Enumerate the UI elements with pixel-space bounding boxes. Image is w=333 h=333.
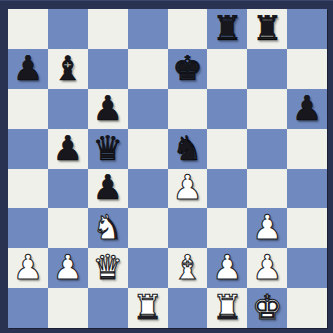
square-g3[interactable]: ♟ bbox=[247, 208, 287, 248]
square-d7[interactable] bbox=[128, 49, 168, 89]
square-e6[interactable] bbox=[168, 89, 208, 129]
square-d2[interactable] bbox=[128, 248, 168, 288]
piece-black-rook-f8[interactable]: ♜ bbox=[212, 11, 242, 45]
piece-white-knight-c3[interactable]: ♞ bbox=[92, 210, 122, 244]
piece-black-bishop-b7[interactable]: ♝ bbox=[53, 51, 83, 85]
piece-white-rook-f1[interactable]: ♜ bbox=[212, 290, 242, 324]
square-g2[interactable]: ♟ bbox=[247, 248, 287, 288]
piece-black-rook-g8[interactable]: ♜ bbox=[252, 11, 282, 45]
square-b3[interactable] bbox=[48, 208, 88, 248]
square-b2[interactable]: ♟ bbox=[48, 248, 88, 288]
piece-white-pawn-a2[interactable]: ♟ bbox=[13, 250, 43, 284]
square-h6[interactable]: ♟ bbox=[287, 89, 327, 129]
square-d8[interactable] bbox=[128, 9, 168, 49]
square-b1[interactable] bbox=[48, 288, 88, 328]
chessboard: ♜♜♟♝♚♟♟♟♛♞♟♟♞♟♟♟♛♝♟♟♜♜♚ bbox=[8, 9, 327, 328]
board-frame: ♜♜♟♝♚♟♟♟♛♞♟♟♞♟♟♟♛♝♟♟♜♜♚ bbox=[0, 0, 333, 333]
piece-white-pawn-e4[interactable]: ♟ bbox=[172, 170, 202, 204]
piece-white-rook-d1[interactable]: ♜ bbox=[132, 290, 162, 324]
square-c7[interactable] bbox=[88, 49, 128, 89]
square-a1[interactable] bbox=[8, 288, 48, 328]
square-a5[interactable] bbox=[8, 129, 48, 169]
piece-white-bishop-e2[interactable]: ♝ bbox=[172, 250, 202, 284]
square-b8[interactable] bbox=[48, 9, 88, 49]
square-c6[interactable]: ♟ bbox=[88, 89, 128, 129]
square-e1[interactable] bbox=[168, 288, 208, 328]
piece-white-pawn-f2[interactable]: ♟ bbox=[212, 250, 242, 284]
square-a4[interactable] bbox=[8, 169, 48, 209]
piece-white-pawn-b2[interactable]: ♟ bbox=[53, 250, 83, 284]
square-b5[interactable]: ♟ bbox=[48, 129, 88, 169]
square-g6[interactable] bbox=[247, 89, 287, 129]
square-f2[interactable]: ♟ bbox=[207, 248, 247, 288]
piece-white-pawn-g3[interactable]: ♟ bbox=[252, 210, 282, 244]
square-e8[interactable] bbox=[168, 9, 208, 49]
piece-white-king-g1[interactable]: ♚ bbox=[252, 290, 282, 324]
square-d1[interactable]: ♜ bbox=[128, 288, 168, 328]
square-d5[interactable] bbox=[128, 129, 168, 169]
square-f6[interactable] bbox=[207, 89, 247, 129]
square-h2[interactable] bbox=[287, 248, 327, 288]
square-a2[interactable]: ♟ bbox=[8, 248, 48, 288]
square-h5[interactable] bbox=[287, 129, 327, 169]
square-e2[interactable]: ♝ bbox=[168, 248, 208, 288]
square-h7[interactable] bbox=[287, 49, 327, 89]
square-c1[interactable] bbox=[88, 288, 128, 328]
square-c8[interactable] bbox=[88, 9, 128, 49]
square-c4[interactable]: ♟ bbox=[88, 169, 128, 209]
piece-white-queen-c2[interactable]: ♛ bbox=[92, 250, 122, 284]
square-a3[interactable] bbox=[8, 208, 48, 248]
square-d6[interactable] bbox=[128, 89, 168, 129]
square-c5[interactable]: ♛ bbox=[88, 129, 128, 169]
square-h4[interactable] bbox=[287, 169, 327, 209]
square-g5[interactable] bbox=[247, 129, 287, 169]
square-e5[interactable]: ♞ bbox=[168, 129, 208, 169]
piece-white-pawn-g2[interactable]: ♟ bbox=[252, 250, 282, 284]
square-f4[interactable] bbox=[207, 169, 247, 209]
square-f8[interactable]: ♜ bbox=[207, 9, 247, 49]
square-e3[interactable] bbox=[168, 208, 208, 248]
piece-black-knight-e5[interactable]: ♞ bbox=[172, 131, 202, 165]
square-a7[interactable]: ♟ bbox=[8, 49, 48, 89]
square-e7[interactable]: ♚ bbox=[168, 49, 208, 89]
piece-black-king-e7[interactable]: ♚ bbox=[172, 51, 202, 85]
square-g8[interactable]: ♜ bbox=[247, 9, 287, 49]
square-b7[interactable]: ♝ bbox=[48, 49, 88, 89]
piece-black-pawn-c6[interactable]: ♟ bbox=[92, 91, 122, 125]
square-f7[interactable] bbox=[207, 49, 247, 89]
square-d3[interactable] bbox=[128, 208, 168, 248]
square-e4[interactable]: ♟ bbox=[168, 169, 208, 209]
piece-black-queen-c5[interactable]: ♛ bbox=[92, 131, 122, 165]
square-h8[interactable] bbox=[287, 9, 327, 49]
square-g1[interactable]: ♚ bbox=[247, 288, 287, 328]
square-h3[interactable] bbox=[287, 208, 327, 248]
piece-black-pawn-a7[interactable]: ♟ bbox=[13, 51, 43, 85]
square-b4[interactable] bbox=[48, 169, 88, 209]
square-b6[interactable] bbox=[48, 89, 88, 129]
piece-black-pawn-b5[interactable]: ♟ bbox=[53, 131, 83, 165]
square-c2[interactable]: ♛ bbox=[88, 248, 128, 288]
square-g4[interactable] bbox=[247, 169, 287, 209]
square-g7[interactable] bbox=[247, 49, 287, 89]
square-a6[interactable] bbox=[8, 89, 48, 129]
piece-black-pawn-c4[interactable]: ♟ bbox=[92, 170, 122, 204]
piece-black-pawn-h6[interactable]: ♟ bbox=[292, 91, 322, 125]
square-f5[interactable] bbox=[207, 129, 247, 169]
square-a8[interactable] bbox=[8, 9, 48, 49]
square-d4[interactable] bbox=[128, 169, 168, 209]
square-f1[interactable]: ♜ bbox=[207, 288, 247, 328]
square-h1[interactable] bbox=[287, 288, 327, 328]
square-f3[interactable] bbox=[207, 208, 247, 248]
square-c3[interactable]: ♞ bbox=[88, 208, 128, 248]
